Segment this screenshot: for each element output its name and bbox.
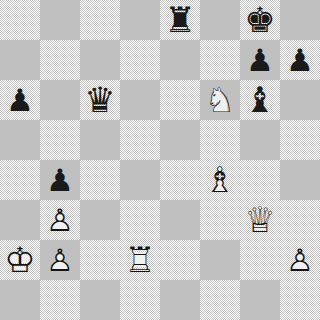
square-c1[interactable] bbox=[80, 280, 120, 320]
square-c6[interactable]: ♛ bbox=[80, 80, 120, 120]
square-b1[interactable] bbox=[40, 280, 80, 320]
square-e3[interactable] bbox=[160, 200, 200, 240]
white-knight-outline-glyph: ♘ bbox=[200, 80, 240, 120]
square-a2[interactable]: ♚♔ bbox=[0, 240, 40, 280]
square-c3[interactable] bbox=[80, 200, 120, 240]
square-g1[interactable] bbox=[240, 280, 280, 320]
square-d4[interactable] bbox=[120, 160, 160, 200]
square-e7[interactable] bbox=[160, 40, 200, 80]
square-f3[interactable] bbox=[200, 200, 240, 240]
square-c8[interactable] bbox=[80, 0, 120, 40]
white-queen-outline-glyph: ♕ bbox=[240, 200, 280, 240]
white-pawn-b3[interactable]: ♟♙ bbox=[40, 200, 80, 240]
square-b2[interactable]: ♟♙ bbox=[40, 240, 80, 280]
white-pawn-outline-glyph: ♙ bbox=[40, 200, 80, 240]
white-pawn-h2[interactable]: ♟♙ bbox=[280, 240, 320, 280]
square-g2[interactable] bbox=[240, 240, 280, 280]
white-knight-f6[interactable]: ♞♘ bbox=[200, 80, 240, 120]
black-king-g8[interactable]: ♚ bbox=[240, 0, 280, 40]
square-b4[interactable]: ♟ bbox=[40, 160, 80, 200]
black-pawn-b4[interactable]: ♟ bbox=[40, 160, 80, 200]
black-pawn-g7[interactable]: ♟ bbox=[240, 40, 280, 80]
square-g3[interactable]: ♛♕ bbox=[240, 200, 280, 240]
square-h8[interactable] bbox=[280, 0, 320, 40]
white-bishop-outline-glyph: ♗ bbox=[200, 160, 240, 200]
white-queen-g3[interactable]: ♛♕ bbox=[240, 200, 280, 240]
square-d2[interactable]: ♜♖ bbox=[120, 240, 160, 280]
black-rook-glyph: ♜ bbox=[160, 0, 200, 40]
white-pawn-b2[interactable]: ♟♙ bbox=[40, 240, 80, 280]
white-king-outline-glyph: ♔ bbox=[0, 240, 40, 280]
square-d8[interactable] bbox=[120, 0, 160, 40]
square-e4[interactable] bbox=[160, 160, 200, 200]
white-rook-outline-glyph: ♖ bbox=[120, 240, 160, 280]
black-king-glyph: ♚ bbox=[240, 0, 280, 40]
square-d5[interactable] bbox=[120, 120, 160, 160]
square-e8[interactable]: ♜ bbox=[160, 0, 200, 40]
square-h2[interactable]: ♟♙ bbox=[280, 240, 320, 280]
black-queen-c6[interactable]: ♛ bbox=[80, 80, 120, 120]
square-b6[interactable] bbox=[40, 80, 80, 120]
square-f8[interactable] bbox=[200, 0, 240, 40]
black-pawn-glyph: ♟ bbox=[280, 40, 320, 80]
square-g6[interactable]: ♝ bbox=[240, 80, 280, 120]
square-e5[interactable] bbox=[160, 120, 200, 160]
black-bishop-g6[interactable]: ♝ bbox=[240, 80, 280, 120]
black-queen-glyph: ♛ bbox=[80, 80, 120, 120]
chess-board: ♜♚♟♟♟♛♞♘♝♟♝♗♟♙♛♕♚♔♟♙♜♖♟♙ bbox=[0, 0, 320, 320]
square-c4[interactable] bbox=[80, 160, 120, 200]
black-bishop-glyph: ♝ bbox=[240, 80, 280, 120]
square-b7[interactable] bbox=[40, 40, 80, 80]
square-b3[interactable]: ♟♙ bbox=[40, 200, 80, 240]
black-pawn-glyph: ♟ bbox=[40, 160, 80, 200]
square-g8[interactable]: ♚ bbox=[240, 0, 280, 40]
square-b5[interactable] bbox=[40, 120, 80, 160]
square-f7[interactable] bbox=[200, 40, 240, 80]
white-king-a2[interactable]: ♚♔ bbox=[0, 240, 40, 280]
square-a7[interactable] bbox=[0, 40, 40, 80]
square-e2[interactable] bbox=[160, 240, 200, 280]
square-d7[interactable] bbox=[120, 40, 160, 80]
square-g7[interactable]: ♟ bbox=[240, 40, 280, 80]
square-a4[interactable] bbox=[0, 160, 40, 200]
black-pawn-glyph: ♟ bbox=[240, 40, 280, 80]
white-bishop-f4[interactable]: ♝♗ bbox=[200, 160, 240, 200]
square-g5[interactable] bbox=[240, 120, 280, 160]
white-rook-d2[interactable]: ♜♖ bbox=[120, 240, 160, 280]
square-f4[interactable]: ♝♗ bbox=[200, 160, 240, 200]
square-h6[interactable] bbox=[280, 80, 320, 120]
square-f1[interactable] bbox=[200, 280, 240, 320]
black-pawn-glyph: ♟ bbox=[0, 80, 40, 120]
black-rook-e8[interactable]: ♜ bbox=[160, 0, 200, 40]
square-f2[interactable] bbox=[200, 240, 240, 280]
square-b8[interactable] bbox=[40, 0, 80, 40]
square-d1[interactable] bbox=[120, 280, 160, 320]
square-h5[interactable] bbox=[280, 120, 320, 160]
square-f5[interactable] bbox=[200, 120, 240, 160]
square-h3[interactable] bbox=[280, 200, 320, 240]
square-h7[interactable]: ♟ bbox=[280, 40, 320, 80]
black-pawn-a6[interactable]: ♟ bbox=[0, 80, 40, 120]
white-pawn-outline-glyph: ♙ bbox=[40, 240, 80, 280]
square-h1[interactable] bbox=[280, 280, 320, 320]
square-d6[interactable] bbox=[120, 80, 160, 120]
square-c7[interactable] bbox=[80, 40, 120, 80]
square-a5[interactable] bbox=[0, 120, 40, 160]
square-e6[interactable] bbox=[160, 80, 200, 120]
square-c2[interactable] bbox=[80, 240, 120, 280]
square-g4[interactable] bbox=[240, 160, 280, 200]
square-h4[interactable] bbox=[280, 160, 320, 200]
square-a3[interactable] bbox=[0, 200, 40, 240]
square-a6[interactable]: ♟ bbox=[0, 80, 40, 120]
square-d3[interactable] bbox=[120, 200, 160, 240]
white-pawn-outline-glyph: ♙ bbox=[280, 240, 320, 280]
black-pawn-h7[interactable]: ♟ bbox=[280, 40, 320, 80]
square-e1[interactable] bbox=[160, 280, 200, 320]
square-a8[interactable] bbox=[0, 0, 40, 40]
square-a1[interactable] bbox=[0, 280, 40, 320]
square-c5[interactable] bbox=[80, 120, 120, 160]
square-f6[interactable]: ♞♘ bbox=[200, 80, 240, 120]
